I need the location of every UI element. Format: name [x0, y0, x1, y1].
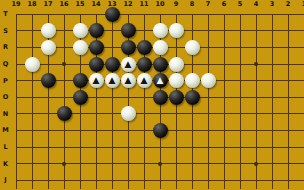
intersection-11R[interactable] [136, 39, 152, 56]
intersection-17T[interactable] [40, 6, 56, 23]
intersection-4K[interactable] [248, 155, 264, 172]
intersection-7L[interactable] [200, 139, 216, 156]
intersection-1K[interactable] [296, 155, 304, 172]
intersection-9P[interactable] [168, 72, 184, 89]
intersection-5R[interactable] [232, 39, 248, 56]
intersection-14P[interactable]: ▲ [88, 72, 104, 89]
intersection-18R[interactable] [24, 39, 40, 56]
intersection-1R[interactable] [296, 39, 304, 56]
star-point [254, 62, 258, 66]
white-stone [41, 23, 56, 38]
intersection-2O[interactable] [280, 89, 296, 106]
intersection-11P[interactable]: ▲ [136, 72, 152, 89]
intersection-18Q[interactable] [24, 56, 40, 73]
intersection-8J[interactable] [184, 172, 200, 189]
intersection-14J[interactable] [88, 172, 104, 189]
intersection-13K[interactable] [104, 155, 120, 172]
intersection-8S[interactable] [184, 23, 200, 40]
intersection-16Q[interactable] [56, 56, 72, 73]
intersection-3R[interactable] [264, 39, 280, 56]
black-stone [121, 40, 136, 55]
intersection-14L[interactable] [88, 139, 104, 156]
intersection-1N[interactable] [296, 106, 304, 123]
white-stone: ▲ [137, 73, 152, 88]
white-stone [25, 57, 40, 72]
intersection-5S[interactable] [232, 23, 248, 40]
triangle-mark-icon: ▲ [153, 73, 168, 88]
intersection-12P[interactable]: ▲ [120, 72, 136, 89]
intersection-8Q[interactable] [184, 56, 200, 73]
intersection-15K[interactable] [72, 155, 88, 172]
white-stone [169, 73, 184, 88]
black-stone [57, 106, 72, 121]
intersection-11J[interactable] [136, 172, 152, 189]
black-stone [89, 23, 104, 38]
intersection-12K[interactable] [120, 155, 136, 172]
intersection-11Q[interactable] [136, 56, 152, 73]
intersection-7O[interactable] [200, 89, 216, 106]
intersection-10R[interactable] [152, 39, 168, 56]
intersection-2S[interactable] [280, 23, 296, 40]
intersection-5T[interactable] [232, 6, 248, 23]
intersection-9Q[interactable] [168, 56, 184, 73]
intersection-2Q[interactable] [280, 56, 296, 73]
intersection-3M[interactable] [264, 122, 280, 139]
white-stone [169, 57, 184, 72]
intersection-1T[interactable] [296, 6, 304, 23]
triangle-mark-icon: ▲ [137, 73, 152, 88]
intersection-16T[interactable] [56, 6, 72, 23]
intersection-8N[interactable] [184, 106, 200, 123]
go-app-screen: 19181716151413121110987654321 TSRQPONMLK… [0, 0, 304, 190]
intersection-19J[interactable] [8, 172, 24, 189]
intersection-6N[interactable] [216, 106, 232, 123]
intersection-2R[interactable] [280, 39, 296, 56]
intersection-7Q[interactable] [200, 56, 216, 73]
intersection-15L[interactable] [72, 139, 88, 156]
intersection-10O[interactable] [152, 89, 168, 106]
intersection-8R[interactable] [184, 39, 200, 56]
intersection-9O[interactable] [168, 89, 184, 106]
intersection-15P[interactable] [72, 72, 88, 89]
intersection-12L[interactable] [120, 139, 136, 156]
intersection-4Q[interactable] [248, 56, 264, 73]
intersection-7T[interactable] [200, 6, 216, 23]
intersection-9L[interactable] [168, 139, 184, 156]
intersection-5L[interactable] [232, 139, 248, 156]
triangle-mark-icon: ▲ [121, 73, 136, 88]
intersection-18J[interactable] [24, 172, 40, 189]
intersection-10M[interactable] [152, 122, 168, 139]
intersection-16S[interactable] [56, 23, 72, 40]
intersection-13T[interactable] [104, 6, 120, 23]
intersection-6J[interactable] [216, 172, 232, 189]
intersection-4J[interactable] [248, 172, 264, 189]
intersection-12M[interactable] [120, 122, 136, 139]
intersection-11T[interactable] [136, 6, 152, 23]
intersection-9K[interactable] [168, 155, 184, 172]
intersection-2K[interactable] [280, 155, 296, 172]
intersection-13O[interactable] [104, 89, 120, 106]
intersection-5K[interactable] [232, 155, 248, 172]
intersection-5N[interactable] [232, 106, 248, 123]
triangle-mark-icon: ▲ [89, 73, 104, 88]
intersection-17J[interactable] [40, 172, 56, 189]
intersection-5Q[interactable] [232, 56, 248, 73]
black-stone [41, 73, 56, 88]
star-point [62, 62, 66, 66]
intersection-11O[interactable] [136, 89, 152, 106]
intersection-15N[interactable] [72, 106, 88, 123]
intersection-14R[interactable] [88, 39, 104, 56]
intersection-8O[interactable] [184, 89, 200, 106]
intersection-2J[interactable] [280, 172, 296, 189]
intersection-1Q[interactable] [296, 56, 304, 73]
black-stone [153, 57, 168, 72]
intersection-6Q[interactable] [216, 56, 232, 73]
intersection-11K[interactable] [136, 155, 152, 172]
white-stone [153, 40, 168, 55]
intersection-15J[interactable] [72, 172, 88, 189]
black-stone [153, 123, 168, 138]
intersection-19T[interactable] [8, 6, 24, 23]
intersection-19M[interactable] [8, 122, 24, 139]
intersection-7K[interactable] [200, 155, 216, 172]
intersection-6T[interactable] [216, 6, 232, 23]
intersection-3T[interactable] [264, 6, 280, 23]
black-stone [169, 90, 184, 105]
intersection-4R[interactable] [248, 39, 264, 56]
intersection-7N[interactable] [200, 106, 216, 123]
intersection-9J[interactable] [168, 172, 184, 189]
intersection-17K[interactable] [40, 155, 56, 172]
intersection-14S[interactable] [88, 23, 104, 40]
intersection-5O[interactable] [232, 89, 248, 106]
black-stone [73, 90, 88, 105]
white-stone: ▲ [89, 73, 104, 88]
intersection-17Q[interactable] [40, 56, 56, 73]
intersection-18N[interactable] [24, 106, 40, 123]
black-stone [121, 23, 136, 38]
intersection-18L[interactable] [24, 139, 40, 156]
intersection-12O[interactable] [120, 89, 136, 106]
intersection-8K[interactable] [184, 155, 200, 172]
intersection-10N[interactable] [152, 106, 168, 123]
intersection-11S[interactable] [136, 23, 152, 40]
intersection-17M[interactable] [40, 122, 56, 139]
intersection-15R[interactable] [72, 39, 88, 56]
intersection-7M[interactable] [200, 122, 216, 139]
intersection-19K[interactable] [8, 155, 24, 172]
intersection-6M[interactable] [216, 122, 232, 139]
intersection-13R[interactable] [104, 39, 120, 56]
intersection-17S[interactable] [40, 23, 56, 40]
intersection-17R[interactable] [40, 39, 56, 56]
black-stone [73, 73, 88, 88]
white-stone [41, 40, 56, 55]
triangle-mark-icon: ▲ [121, 56, 136, 71]
intersection-15S[interactable] [72, 23, 88, 40]
white-stone [73, 23, 88, 38]
intersection-16M[interactable] [56, 122, 72, 139]
intersection-2L[interactable] [280, 139, 296, 156]
intersection-13M[interactable] [104, 122, 120, 139]
intersection-3O[interactable] [264, 89, 280, 106]
intersection-10Q[interactable] [152, 56, 168, 73]
intersection-19L[interactable] [8, 139, 24, 156]
intersection-9R[interactable] [168, 39, 184, 56]
intersection-7P[interactable] [200, 72, 216, 89]
intersection-6P[interactable] [216, 72, 232, 89]
black-stone [89, 40, 104, 55]
intersection-16J[interactable] [56, 172, 72, 189]
white-stone [153, 23, 168, 38]
intersection-8M[interactable] [184, 122, 200, 139]
intersection-7R[interactable] [200, 39, 216, 56]
intersection-4S[interactable] [248, 23, 264, 40]
intersection-14Q[interactable] [88, 56, 104, 73]
intersection-6S[interactable] [216, 23, 232, 40]
intersection-18K[interactable] [24, 155, 40, 172]
intersection-10T[interactable] [152, 6, 168, 23]
intersection-19O[interactable] [8, 89, 24, 106]
triangle-mark-icon: ▲ [105, 73, 120, 88]
black-stone [185, 90, 200, 105]
intersection-1O[interactable] [296, 89, 304, 106]
intersection-19N[interactable] [8, 106, 24, 123]
intersection-3Q[interactable] [264, 56, 280, 73]
intersection-2M[interactable] [280, 122, 296, 139]
intersection-4P[interactable] [248, 72, 264, 89]
white-stone [121, 106, 136, 121]
intersection-14K[interactable] [88, 155, 104, 172]
intersection-14M[interactable] [88, 122, 104, 139]
intersection-1S[interactable] [296, 23, 304, 40]
intersection-15T[interactable] [72, 6, 88, 23]
intersection-16R[interactable] [56, 39, 72, 56]
intersection-14T[interactable] [88, 6, 104, 23]
intersection-12T[interactable] [120, 6, 136, 23]
intersection-13J[interactable] [104, 172, 120, 189]
intersection-12Q[interactable]: ▲ [120, 56, 136, 73]
intersection-12S[interactable] [120, 23, 136, 40]
intersection-9N[interactable] [168, 106, 184, 123]
intersection-4T[interactable] [248, 6, 264, 23]
intersection-16O[interactable] [56, 89, 72, 106]
intersection-17P[interactable] [40, 72, 56, 89]
black-stone [105, 7, 120, 22]
intersection-17L[interactable] [40, 139, 56, 156]
intersection-1P[interactable] [296, 72, 304, 89]
intersection-18O[interactable] [24, 89, 40, 106]
intersection-11N[interactable] [136, 106, 152, 123]
intersection-6L[interactable] [216, 139, 232, 156]
intersection-3J[interactable] [264, 172, 280, 189]
intersection-13L[interactable] [104, 139, 120, 156]
intersection-16K[interactable] [56, 155, 72, 172]
intersection-5M[interactable] [232, 122, 248, 139]
intersection-2N[interactable] [280, 106, 296, 123]
white-stone: ▲ [121, 57, 136, 72]
intersection-10P[interactable]: ▲ [152, 72, 168, 89]
intersection-10L[interactable] [152, 139, 168, 156]
intersection-2P[interactable] [280, 72, 296, 89]
intersection-16N[interactable] [56, 106, 72, 123]
star-point [158, 162, 162, 166]
intersection-14N[interactable] [88, 106, 104, 123]
intersection-13S[interactable] [104, 23, 120, 40]
intersection-18P[interactable] [24, 72, 40, 89]
intersection-15M[interactable] [72, 122, 88, 139]
white-stone [73, 40, 88, 55]
intersection-4M[interactable] [248, 122, 264, 139]
intersection-15Q[interactable] [72, 56, 88, 73]
intersection-4N[interactable] [248, 106, 264, 123]
intersection-18S[interactable] [24, 23, 40, 40]
intersection-8P[interactable] [184, 72, 200, 89]
intersection-19Q[interactable] [8, 56, 24, 73]
white-stone: ▲ [121, 73, 136, 88]
intersection-5J[interactable] [232, 172, 248, 189]
black-stone [153, 90, 168, 105]
black-stone [89, 57, 104, 72]
intersection-8L[interactable] [184, 139, 200, 156]
intersection-7J[interactable] [200, 172, 216, 189]
intersection-6R[interactable] [216, 39, 232, 56]
intersection-2T[interactable] [280, 6, 296, 23]
intersection-18M[interactable] [24, 122, 40, 139]
intersection-7S[interactable] [200, 23, 216, 40]
intersection-17O[interactable] [40, 89, 56, 106]
intersection-19R[interactable] [8, 39, 24, 56]
star-point [62, 162, 66, 166]
intersection-12N[interactable] [120, 106, 136, 123]
intersection-19P[interactable] [8, 72, 24, 89]
intersection-19S[interactable] [8, 23, 24, 40]
intersection-11L[interactable] [136, 139, 152, 156]
go-board: ▲▲▲▲▲▲ [8, 6, 304, 189]
black-stone [137, 57, 152, 72]
intersection-16P[interactable] [56, 72, 72, 89]
intersection-16L[interactable] [56, 139, 72, 156]
intersection-18T[interactable] [24, 6, 40, 23]
intersection-10J[interactable] [152, 172, 168, 189]
intersection-1M[interactable] [296, 122, 304, 139]
intersection-1L[interactable] [296, 139, 304, 156]
white-stone [169, 23, 184, 38]
black-stone [105, 57, 120, 72]
intersection-10K[interactable] [152, 155, 168, 172]
intersection-17N[interactable] [40, 106, 56, 123]
white-stone [185, 40, 200, 55]
intersection-8T[interactable] [184, 6, 200, 23]
intersection-3N[interactable] [264, 106, 280, 123]
intersection-14O[interactable] [88, 89, 104, 106]
intersection-13P[interactable]: ▲ [104, 72, 120, 89]
intersection-4L[interactable] [248, 139, 264, 156]
white-stone [185, 73, 200, 88]
black-stone [137, 40, 152, 55]
intersection-4O[interactable] [248, 89, 264, 106]
intersection-12J[interactable] [120, 172, 136, 189]
white-stone: ▲ [105, 73, 120, 88]
intersection-6O[interactable] [216, 89, 232, 106]
intersection-12R[interactable] [120, 39, 136, 56]
intersection-13Q[interactable] [104, 56, 120, 73]
intersection-9M[interactable] [168, 122, 184, 139]
intersection-9S[interactable] [168, 23, 184, 40]
intersection-3L[interactable] [264, 139, 280, 156]
intersection-10S[interactable] [152, 23, 168, 40]
intersection-5P[interactable] [232, 72, 248, 89]
intersection-3P[interactable] [264, 72, 280, 89]
intersection-1J[interactable] [296, 172, 304, 189]
intersection-3K[interactable] [264, 155, 280, 172]
intersection-11M[interactable] [136, 122, 152, 139]
intersection-13N[interactable] [104, 106, 120, 123]
intersection-15O[interactable] [72, 89, 88, 106]
white-stone [201, 73, 216, 88]
intersection-9T[interactable] [168, 6, 184, 23]
black-stone: ▲ [153, 73, 168, 88]
intersection-6K[interactable] [216, 155, 232, 172]
star-point [254, 162, 258, 166]
intersection-3S[interactable] [264, 23, 280, 40]
